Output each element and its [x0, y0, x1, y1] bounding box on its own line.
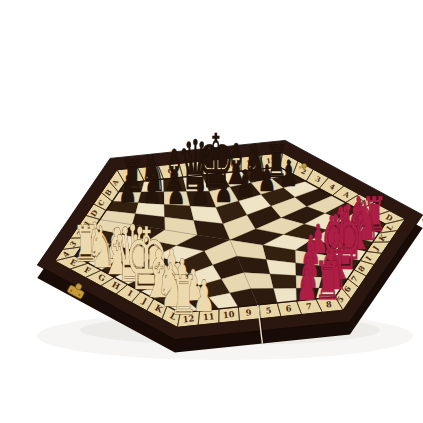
white-rook: ♜	[170, 265, 198, 326]
black-pawn: ♟	[118, 168, 137, 211]
black-pawn: ♟	[214, 168, 233, 211]
board-cell	[270, 274, 296, 289]
black-pawn: ♟	[258, 157, 277, 200]
black-pawn: ♟	[167, 169, 186, 212]
top-hinge-pin	[299, 166, 302, 169]
top-hinge-pin	[302, 163, 307, 168]
red-rook: ♜	[314, 250, 341, 311]
black-pawn: ♟	[236, 162, 255, 205]
three-player-chess-board: 4321DCBAEFGH91011121234ABCDLKJI876587659…	[0, 0, 423, 423]
black-pawn: ♟	[191, 170, 210, 213]
border-label: 10	[222, 309, 235, 320]
red-pawn: ♟	[296, 261, 318, 310]
black-pawn: ♟	[279, 152, 298, 194]
product-photo: 4321DCBAEFGH91011121234ABCDLKJI876587659…	[0, 0, 423, 423]
black-pawn: ♟	[142, 169, 161, 212]
